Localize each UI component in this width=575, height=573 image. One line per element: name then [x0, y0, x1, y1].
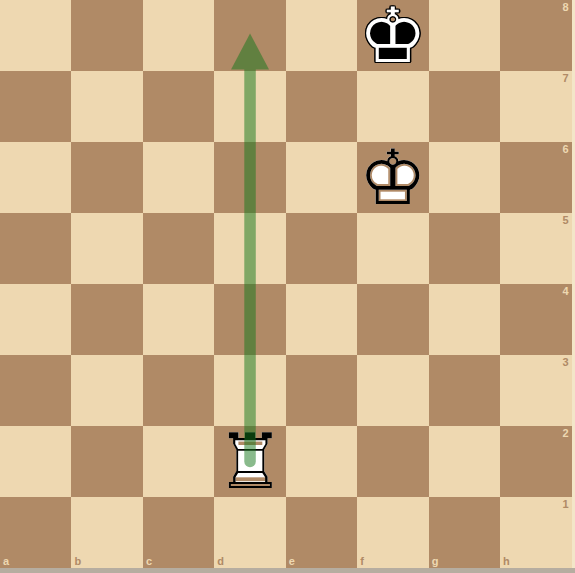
square-g1[interactable]: g [429, 497, 500, 568]
square-c5[interactable] [143, 213, 214, 284]
rank-label-5: 5 [562, 215, 568, 226]
square-e2[interactable] [286, 426, 357, 497]
square-d4[interactable] [214, 284, 285, 355]
square-c3[interactable] [143, 355, 214, 426]
page-background-right-strip [572, 0, 575, 573]
square-b5[interactable] [71, 213, 142, 284]
square-e1[interactable]: e [286, 497, 357, 568]
square-d5[interactable] [214, 213, 285, 284]
square-f2[interactable] [357, 426, 428, 497]
square-a8[interactable] [0, 0, 71, 71]
chess-board-page: 8765432abcdefgh1 ♚♔♚♔♜♖ [0, 0, 575, 573]
black-king-f8[interactable]: ♚♔ [357, 0, 428, 71]
file-label-a: a [3, 556, 9, 567]
square-f4[interactable] [357, 284, 428, 355]
square-b2[interactable] [71, 426, 142, 497]
square-h8[interactable]: 8 [500, 0, 571, 71]
square-e8[interactable] [286, 0, 357, 71]
square-a6[interactable] [0, 142, 71, 213]
square-g4[interactable] [429, 284, 500, 355]
square-g5[interactable] [429, 213, 500, 284]
file-label-h: h [503, 556, 510, 567]
square-h7[interactable]: 7 [500, 71, 571, 142]
square-a4[interactable] [0, 284, 71, 355]
square-c6[interactable] [143, 142, 214, 213]
white-rook-outline: ♖ [214, 426, 285, 497]
rank-label-3: 3 [562, 357, 568, 368]
chess-board[interactable]: 8765432abcdefgh1 [0, 0, 572, 568]
square-c4[interactable] [143, 284, 214, 355]
square-a5[interactable] [0, 213, 71, 284]
square-h6[interactable]: 6 [500, 142, 571, 213]
square-b1[interactable]: b [71, 497, 142, 568]
square-h1[interactable]: h1 [500, 497, 571, 568]
square-d1[interactable]: d [214, 497, 285, 568]
square-f1[interactable]: f [357, 497, 428, 568]
white-rook-d2[interactable]: ♜♖ [214, 426, 285, 497]
rank-label-7: 7 [562, 73, 568, 84]
file-label-g: g [432, 556, 439, 567]
rank-label-4: 4 [562, 286, 568, 297]
square-e5[interactable] [286, 213, 357, 284]
page-background-bottom-strip [0, 568, 575, 573]
rank-label-8: 8 [562, 2, 568, 13]
square-d3[interactable] [214, 355, 285, 426]
square-b7[interactable] [71, 71, 142, 142]
square-e6[interactable] [286, 142, 357, 213]
square-c1[interactable]: c [143, 497, 214, 568]
rank-label-6: 6 [562, 144, 568, 155]
rank-label-1: 1 [562, 499, 568, 510]
square-b6[interactable] [71, 142, 142, 213]
square-g8[interactable] [429, 0, 500, 71]
square-h2[interactable]: 2 [500, 426, 571, 497]
square-b3[interactable] [71, 355, 142, 426]
square-e4[interactable] [286, 284, 357, 355]
square-g6[interactable] [429, 142, 500, 213]
file-label-b: b [74, 556, 81, 567]
square-a3[interactable] [0, 355, 71, 426]
rank-label-2: 2 [562, 428, 568, 439]
square-h5[interactable]: 5 [500, 213, 571, 284]
file-label-d: d [217, 556, 224, 567]
square-a2[interactable] [0, 426, 71, 497]
square-e3[interactable] [286, 355, 357, 426]
square-g2[interactable] [429, 426, 500, 497]
square-e7[interactable] [286, 71, 357, 142]
square-h4[interactable]: 4 [500, 284, 571, 355]
white-king-outline: ♔ [357, 142, 428, 213]
square-d7[interactable] [214, 71, 285, 142]
square-f5[interactable] [357, 213, 428, 284]
square-c8[interactable] [143, 0, 214, 71]
square-b4[interactable] [71, 284, 142, 355]
square-a7[interactable] [0, 71, 71, 142]
black-king-outline: ♔ [357, 0, 428, 71]
square-g3[interactable] [429, 355, 500, 426]
square-c2[interactable] [143, 426, 214, 497]
file-label-f: f [360, 556, 364, 567]
square-f7[interactable] [357, 71, 428, 142]
square-f3[interactable] [357, 355, 428, 426]
file-label-e: e [289, 556, 295, 567]
square-a1[interactable]: a [0, 497, 71, 568]
square-b8[interactable] [71, 0, 142, 71]
square-c7[interactable] [143, 71, 214, 142]
file-label-c: c [146, 556, 152, 567]
square-h3[interactable]: 3 [500, 355, 571, 426]
square-g7[interactable] [429, 71, 500, 142]
square-d8[interactable] [214, 0, 285, 71]
square-d6[interactable] [214, 142, 285, 213]
white-king-f6[interactable]: ♚♔ [357, 142, 428, 213]
